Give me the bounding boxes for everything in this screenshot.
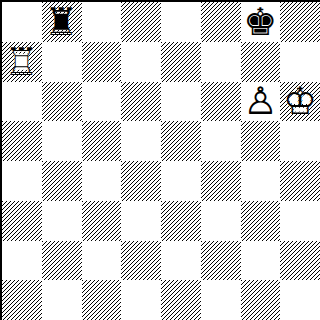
square-h2[interactable]	[280, 241, 320, 281]
square-c4[interactable]	[82, 161, 122, 201]
square-c8[interactable]	[82, 2, 122, 42]
square-a3[interactable]	[2, 201, 42, 241]
piece-black-king[interactable]: ♚♚	[241, 2, 281, 42]
square-c1[interactable]	[82, 280, 122, 320]
square-a6[interactable]	[2, 82, 42, 122]
white-pawn-glyph: ♙	[241, 82, 281, 122]
square-d8[interactable]	[121, 2, 161, 42]
square-e6[interactable]	[161, 82, 201, 122]
square-d5[interactable]	[121, 121, 161, 161]
piece-white-pawn[interactable]: ♟♙	[241, 82, 281, 122]
square-g4[interactable]	[241, 161, 281, 201]
piece-white-rook[interactable]: ♜♖	[2, 42, 42, 82]
square-c2[interactable]	[82, 241, 122, 281]
square-g2[interactable]	[241, 241, 281, 281]
square-f8[interactable]	[201, 2, 241, 42]
square-f1[interactable]	[201, 280, 241, 320]
square-e8[interactable]	[161, 2, 201, 42]
square-e2[interactable]	[161, 241, 201, 281]
square-a2[interactable]	[2, 241, 42, 281]
square-d4[interactable]	[121, 161, 161, 201]
square-g6[interactable]: ♟♙	[241, 82, 281, 122]
square-b6[interactable]	[42, 82, 82, 122]
square-c7[interactable]	[82, 42, 122, 82]
square-f2[interactable]	[201, 241, 241, 281]
square-b7[interactable]	[42, 42, 82, 82]
square-e3[interactable]	[161, 201, 201, 241]
square-c5[interactable]	[82, 121, 122, 161]
square-a7[interactable]: ♜♖	[2, 42, 42, 82]
square-d3[interactable]	[121, 201, 161, 241]
square-h4[interactable]	[280, 161, 320, 201]
square-a4[interactable]	[2, 161, 42, 201]
piece-white-king[interactable]: ♚♔	[280, 82, 320, 122]
square-f4[interactable]	[201, 161, 241, 201]
square-g1[interactable]	[241, 280, 281, 320]
square-g8[interactable]: ♚♚	[241, 2, 281, 42]
black-rook-glyph: ♜	[42, 2, 82, 42]
square-h6[interactable]: ♚♔	[280, 82, 320, 122]
square-d6[interactable]	[121, 82, 161, 122]
square-f7[interactable]	[201, 42, 241, 82]
square-b8[interactable]: ♜♜	[42, 2, 82, 42]
square-e4[interactable]	[161, 161, 201, 201]
square-a5[interactable]	[2, 121, 42, 161]
piece-black-rook[interactable]: ♜♜	[42, 2, 82, 42]
square-h1[interactable]	[280, 280, 320, 320]
square-b1[interactable]	[42, 280, 82, 320]
square-c3[interactable]	[82, 201, 122, 241]
square-h8[interactable]	[280, 2, 320, 42]
square-b3[interactable]	[42, 201, 82, 241]
square-e1[interactable]	[161, 280, 201, 320]
square-b5[interactable]	[42, 121, 82, 161]
square-g5[interactable]	[241, 121, 281, 161]
square-h7[interactable]	[280, 42, 320, 82]
square-h3[interactable]	[280, 201, 320, 241]
square-b2[interactable]	[42, 241, 82, 281]
square-a1[interactable]	[2, 280, 42, 320]
square-a8[interactable]	[2, 2, 42, 42]
square-h5[interactable]	[280, 121, 320, 161]
square-d2[interactable]	[121, 241, 161, 281]
square-e7[interactable]	[161, 42, 201, 82]
square-d1[interactable]	[121, 280, 161, 320]
square-g7[interactable]	[241, 42, 281, 82]
square-b4[interactable]	[42, 161, 82, 201]
square-f3[interactable]	[201, 201, 241, 241]
square-g3[interactable]	[241, 201, 281, 241]
chess-board: ♜♜♚♚♜♖♟♙♚♔	[0, 0, 320, 320]
square-f6[interactable]	[201, 82, 241, 122]
square-d7[interactable]	[121, 42, 161, 82]
square-f5[interactable]	[201, 121, 241, 161]
white-king-glyph: ♔	[280, 82, 320, 122]
square-c6[interactable]	[82, 82, 122, 122]
square-e5[interactable]	[161, 121, 201, 161]
black-king-glyph: ♚	[241, 2, 281, 42]
white-rook-glyph: ♖	[2, 42, 42, 82]
